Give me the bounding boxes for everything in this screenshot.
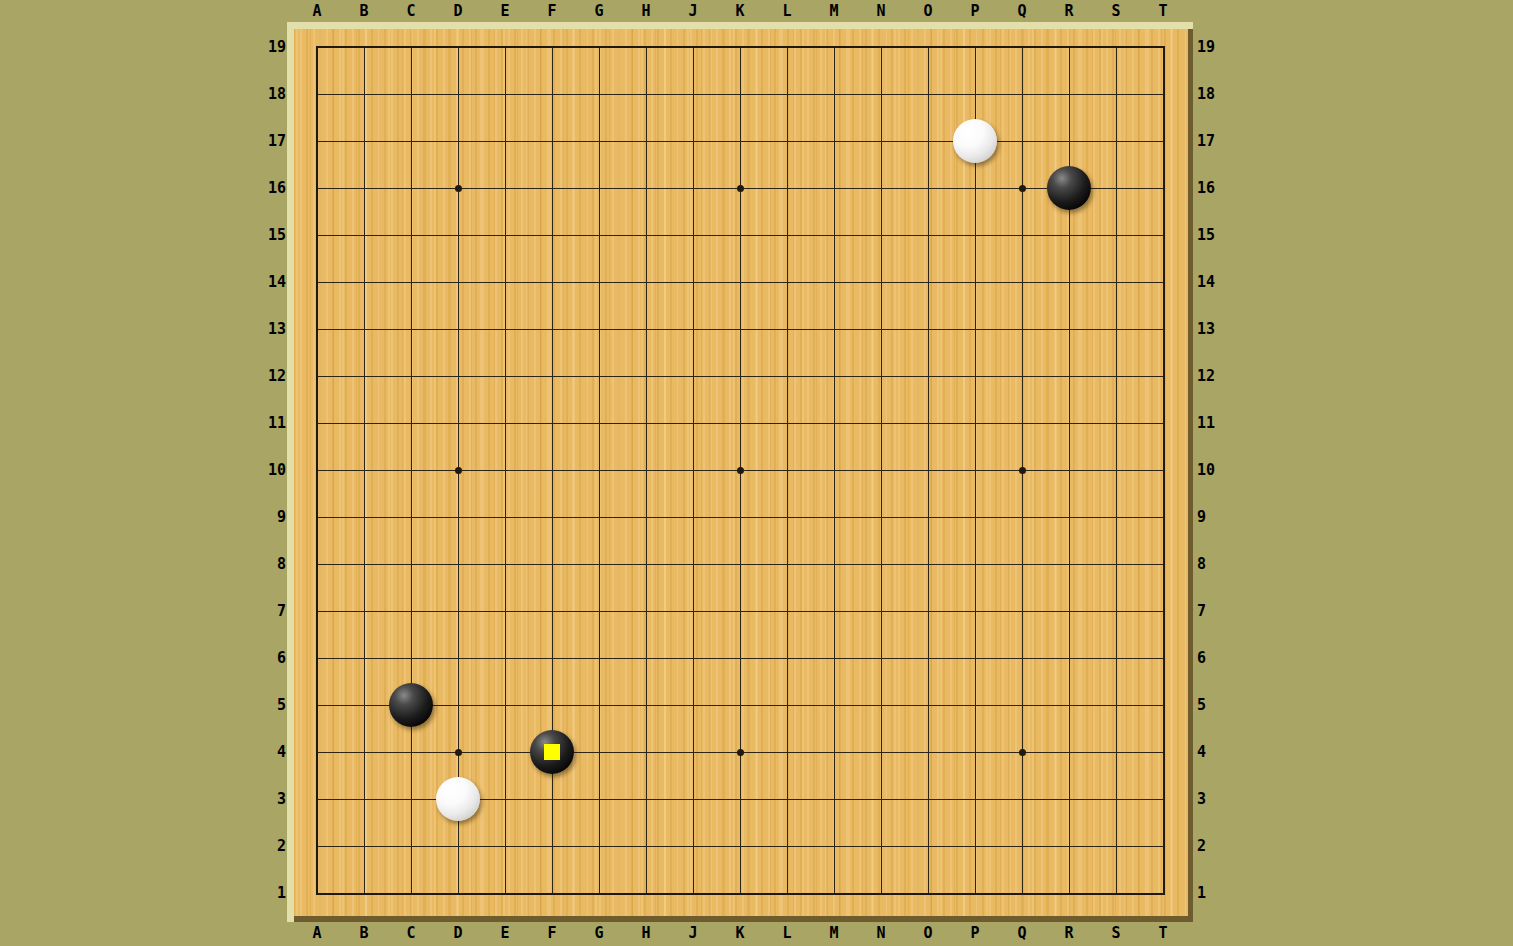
intersection-H3[interactable] bbox=[623, 776, 670, 823]
intersection-D4[interactable] bbox=[435, 729, 482, 776]
intersection-C10[interactable] bbox=[388, 447, 435, 494]
intersection-H10[interactable] bbox=[623, 447, 670, 494]
intersection-B3[interactable] bbox=[341, 776, 388, 823]
intersection-N10[interactable] bbox=[858, 447, 905, 494]
intersection-M15[interactable] bbox=[811, 212, 858, 259]
intersection-E4[interactable] bbox=[482, 729, 529, 776]
intersection-M14[interactable] bbox=[811, 259, 858, 306]
intersection-J4[interactable] bbox=[670, 729, 717, 776]
intersection-M5[interactable] bbox=[811, 682, 858, 729]
intersection-S9[interactable] bbox=[1093, 494, 1140, 541]
intersection-M12[interactable] bbox=[811, 353, 858, 400]
intersection-C12[interactable] bbox=[388, 353, 435, 400]
intersection-M4[interactable] bbox=[811, 729, 858, 776]
intersection-C19[interactable] bbox=[388, 24, 435, 71]
intersection-B9[interactable] bbox=[341, 494, 388, 541]
intersection-S16[interactable] bbox=[1093, 165, 1140, 212]
intersection-N17[interactable] bbox=[858, 118, 905, 165]
intersection-N1[interactable] bbox=[858, 870, 905, 917]
intersection-M11[interactable] bbox=[811, 400, 858, 447]
intersection-S2[interactable] bbox=[1093, 823, 1140, 870]
intersection-O19[interactable] bbox=[905, 24, 952, 71]
intersection-P19[interactable] bbox=[952, 24, 999, 71]
intersection-P18[interactable] bbox=[952, 71, 999, 118]
intersection-K14[interactable] bbox=[717, 259, 764, 306]
intersection-F12[interactable] bbox=[529, 353, 576, 400]
intersection-Q3[interactable] bbox=[999, 776, 1046, 823]
intersection-A15[interactable] bbox=[294, 212, 341, 259]
intersection-F2[interactable] bbox=[529, 823, 576, 870]
intersection-J15[interactable] bbox=[670, 212, 717, 259]
intersection-O14[interactable] bbox=[905, 259, 952, 306]
intersection-A8[interactable] bbox=[294, 541, 341, 588]
intersection-H1[interactable] bbox=[623, 870, 670, 917]
intersection-T11[interactable] bbox=[1140, 400, 1187, 447]
intersection-P14[interactable] bbox=[952, 259, 999, 306]
intersection-L13[interactable] bbox=[764, 306, 811, 353]
intersection-F3[interactable] bbox=[529, 776, 576, 823]
intersection-F15[interactable] bbox=[529, 212, 576, 259]
intersection-S8[interactable] bbox=[1093, 541, 1140, 588]
intersection-T17[interactable] bbox=[1140, 118, 1187, 165]
intersection-M2[interactable] bbox=[811, 823, 858, 870]
intersection-N5[interactable] bbox=[858, 682, 905, 729]
intersection-J12[interactable] bbox=[670, 353, 717, 400]
intersection-E6[interactable] bbox=[482, 635, 529, 682]
intersection-S11[interactable] bbox=[1093, 400, 1140, 447]
intersection-A9[interactable] bbox=[294, 494, 341, 541]
intersection-B13[interactable] bbox=[341, 306, 388, 353]
intersection-J7[interactable] bbox=[670, 588, 717, 635]
intersection-L7[interactable] bbox=[764, 588, 811, 635]
intersection-L15[interactable] bbox=[764, 212, 811, 259]
intersection-P7[interactable] bbox=[952, 588, 999, 635]
intersection-K5[interactable] bbox=[717, 682, 764, 729]
intersection-L8[interactable] bbox=[764, 541, 811, 588]
intersection-D14[interactable] bbox=[435, 259, 482, 306]
intersection-O9[interactable] bbox=[905, 494, 952, 541]
intersection-R14[interactable] bbox=[1046, 259, 1093, 306]
intersection-M7[interactable] bbox=[811, 588, 858, 635]
intersection-B14[interactable] bbox=[341, 259, 388, 306]
intersection-A2[interactable] bbox=[294, 823, 341, 870]
intersection-Q11[interactable] bbox=[999, 400, 1046, 447]
intersection-G3[interactable] bbox=[576, 776, 623, 823]
intersection-R15[interactable] bbox=[1046, 212, 1093, 259]
intersection-J5[interactable] bbox=[670, 682, 717, 729]
intersection-P2[interactable] bbox=[952, 823, 999, 870]
intersection-T13[interactable] bbox=[1140, 306, 1187, 353]
intersection-R10[interactable] bbox=[1046, 447, 1093, 494]
intersection-T15[interactable] bbox=[1140, 212, 1187, 259]
intersection-H16[interactable] bbox=[623, 165, 670, 212]
intersection-H2[interactable] bbox=[623, 823, 670, 870]
intersection-H7[interactable] bbox=[623, 588, 670, 635]
intersection-E16[interactable] bbox=[482, 165, 529, 212]
intersection-F7[interactable] bbox=[529, 588, 576, 635]
intersection-N9[interactable] bbox=[858, 494, 905, 541]
intersection-K7[interactable] bbox=[717, 588, 764, 635]
intersection-T7[interactable] bbox=[1140, 588, 1187, 635]
intersection-D16[interactable] bbox=[435, 165, 482, 212]
intersection-D8[interactable] bbox=[435, 541, 482, 588]
intersection-G11[interactable] bbox=[576, 400, 623, 447]
intersection-C1[interactable] bbox=[388, 870, 435, 917]
intersection-L14[interactable] bbox=[764, 259, 811, 306]
intersection-S15[interactable] bbox=[1093, 212, 1140, 259]
intersection-H17[interactable] bbox=[623, 118, 670, 165]
intersection-M16[interactable] bbox=[811, 165, 858, 212]
intersection-R19[interactable] bbox=[1046, 24, 1093, 71]
intersection-D12[interactable] bbox=[435, 353, 482, 400]
intersection-N11[interactable] bbox=[858, 400, 905, 447]
intersection-L18[interactable] bbox=[764, 71, 811, 118]
intersection-L2[interactable] bbox=[764, 823, 811, 870]
intersection-C5[interactable] bbox=[388, 682, 435, 729]
intersection-O11[interactable] bbox=[905, 400, 952, 447]
intersection-L6[interactable] bbox=[764, 635, 811, 682]
intersection-Q13[interactable] bbox=[999, 306, 1046, 353]
intersection-H12[interactable] bbox=[623, 353, 670, 400]
intersection-P4[interactable] bbox=[952, 729, 999, 776]
intersection-F4[interactable] bbox=[529, 729, 576, 776]
intersection-R11[interactable] bbox=[1046, 400, 1093, 447]
intersection-G6[interactable] bbox=[576, 635, 623, 682]
intersection-R8[interactable] bbox=[1046, 541, 1093, 588]
intersection-N18[interactable] bbox=[858, 71, 905, 118]
intersection-N6[interactable] bbox=[858, 635, 905, 682]
intersection-R12[interactable] bbox=[1046, 353, 1093, 400]
intersection-B1[interactable] bbox=[341, 870, 388, 917]
intersection-K10[interactable] bbox=[717, 447, 764, 494]
intersection-P11[interactable] bbox=[952, 400, 999, 447]
intersection-D15[interactable] bbox=[435, 212, 482, 259]
intersection-N13[interactable] bbox=[858, 306, 905, 353]
intersection-T6[interactable] bbox=[1140, 635, 1187, 682]
intersection-O2[interactable] bbox=[905, 823, 952, 870]
intersection-A17[interactable] bbox=[294, 118, 341, 165]
intersection-M8[interactable] bbox=[811, 541, 858, 588]
intersection-M10[interactable] bbox=[811, 447, 858, 494]
intersection-J14[interactable] bbox=[670, 259, 717, 306]
intersection-R16[interactable] bbox=[1046, 165, 1093, 212]
intersection-K15[interactable] bbox=[717, 212, 764, 259]
intersection-S3[interactable] bbox=[1093, 776, 1140, 823]
intersection-E12[interactable] bbox=[482, 353, 529, 400]
intersection-N14[interactable] bbox=[858, 259, 905, 306]
intersection-T1[interactable] bbox=[1140, 870, 1187, 917]
intersection-T4[interactable] bbox=[1140, 729, 1187, 776]
intersection-P10[interactable] bbox=[952, 447, 999, 494]
intersection-L16[interactable] bbox=[764, 165, 811, 212]
intersection-A14[interactable] bbox=[294, 259, 341, 306]
intersection-P8[interactable] bbox=[952, 541, 999, 588]
intersection-G19[interactable] bbox=[576, 24, 623, 71]
intersection-O7[interactable] bbox=[905, 588, 952, 635]
intersection-G15[interactable] bbox=[576, 212, 623, 259]
intersection-Q15[interactable] bbox=[999, 212, 1046, 259]
intersection-B6[interactable] bbox=[341, 635, 388, 682]
intersection-O8[interactable] bbox=[905, 541, 952, 588]
intersection-E8[interactable] bbox=[482, 541, 529, 588]
intersection-O6[interactable] bbox=[905, 635, 952, 682]
intersection-M18[interactable] bbox=[811, 71, 858, 118]
intersection-C14[interactable] bbox=[388, 259, 435, 306]
intersection-G1[interactable] bbox=[576, 870, 623, 917]
intersection-J19[interactable] bbox=[670, 24, 717, 71]
intersection-R3[interactable] bbox=[1046, 776, 1093, 823]
intersection-T14[interactable] bbox=[1140, 259, 1187, 306]
intersection-Q16[interactable] bbox=[999, 165, 1046, 212]
intersection-K6[interactable] bbox=[717, 635, 764, 682]
intersection-J17[interactable] bbox=[670, 118, 717, 165]
intersection-J6[interactable] bbox=[670, 635, 717, 682]
intersection-H14[interactable] bbox=[623, 259, 670, 306]
intersection-M19[interactable] bbox=[811, 24, 858, 71]
intersection-O5[interactable] bbox=[905, 682, 952, 729]
intersection-N15[interactable] bbox=[858, 212, 905, 259]
intersection-G7[interactable] bbox=[576, 588, 623, 635]
intersection-P9[interactable] bbox=[952, 494, 999, 541]
intersection-A3[interactable] bbox=[294, 776, 341, 823]
intersection-G13[interactable] bbox=[576, 306, 623, 353]
intersection-T2[interactable] bbox=[1140, 823, 1187, 870]
intersection-H4[interactable] bbox=[623, 729, 670, 776]
intersection-D10[interactable] bbox=[435, 447, 482, 494]
intersection-J13[interactable] bbox=[670, 306, 717, 353]
intersection-T9[interactable] bbox=[1140, 494, 1187, 541]
intersection-A16[interactable] bbox=[294, 165, 341, 212]
intersection-P17[interactable] bbox=[952, 118, 999, 165]
intersection-L17[interactable] bbox=[764, 118, 811, 165]
intersection-F10[interactable] bbox=[529, 447, 576, 494]
intersection-L3[interactable] bbox=[764, 776, 811, 823]
intersection-F17[interactable] bbox=[529, 118, 576, 165]
intersection-J10[interactable] bbox=[670, 447, 717, 494]
intersection-A7[interactable] bbox=[294, 588, 341, 635]
intersection-L19[interactable] bbox=[764, 24, 811, 71]
intersection-E9[interactable] bbox=[482, 494, 529, 541]
intersection-P12[interactable] bbox=[952, 353, 999, 400]
intersection-L5[interactable] bbox=[764, 682, 811, 729]
intersection-J18[interactable] bbox=[670, 71, 717, 118]
intersection-Q1[interactable] bbox=[999, 870, 1046, 917]
intersection-J11[interactable] bbox=[670, 400, 717, 447]
intersection-E11[interactable] bbox=[482, 400, 529, 447]
intersection-S5[interactable] bbox=[1093, 682, 1140, 729]
intersection-C9[interactable] bbox=[388, 494, 435, 541]
intersection-E19[interactable] bbox=[482, 24, 529, 71]
intersection-M3[interactable] bbox=[811, 776, 858, 823]
intersection-Q17[interactable] bbox=[999, 118, 1046, 165]
intersection-Q7[interactable] bbox=[999, 588, 1046, 635]
intersection-S4[interactable] bbox=[1093, 729, 1140, 776]
intersection-A6[interactable] bbox=[294, 635, 341, 682]
intersection-Q10[interactable] bbox=[999, 447, 1046, 494]
intersection-S17[interactable] bbox=[1093, 118, 1140, 165]
intersection-B17[interactable] bbox=[341, 118, 388, 165]
intersection-G17[interactable] bbox=[576, 118, 623, 165]
intersection-R1[interactable] bbox=[1046, 870, 1093, 917]
intersection-C4[interactable] bbox=[388, 729, 435, 776]
intersection-B11[interactable] bbox=[341, 400, 388, 447]
intersection-N8[interactable] bbox=[858, 541, 905, 588]
intersection-N7[interactable] bbox=[858, 588, 905, 635]
intersection-R4[interactable] bbox=[1046, 729, 1093, 776]
intersection-B2[interactable] bbox=[341, 823, 388, 870]
intersection-B19[interactable] bbox=[341, 24, 388, 71]
intersection-S14[interactable] bbox=[1093, 259, 1140, 306]
intersection-A4[interactable] bbox=[294, 729, 341, 776]
intersection-K13[interactable] bbox=[717, 306, 764, 353]
intersection-G16[interactable] bbox=[576, 165, 623, 212]
intersection-G5[interactable] bbox=[576, 682, 623, 729]
intersection-P1[interactable] bbox=[952, 870, 999, 917]
intersection-A18[interactable] bbox=[294, 71, 341, 118]
intersection-Q18[interactable] bbox=[999, 71, 1046, 118]
intersection-N2[interactable] bbox=[858, 823, 905, 870]
intersection-O10[interactable] bbox=[905, 447, 952, 494]
intersection-T18[interactable] bbox=[1140, 71, 1187, 118]
intersection-M13[interactable] bbox=[811, 306, 858, 353]
intersection-D5[interactable] bbox=[435, 682, 482, 729]
intersection-Q6[interactable] bbox=[999, 635, 1046, 682]
intersection-C15[interactable] bbox=[388, 212, 435, 259]
intersection-G18[interactable] bbox=[576, 71, 623, 118]
intersection-F13[interactable] bbox=[529, 306, 576, 353]
intersection-J9[interactable] bbox=[670, 494, 717, 541]
intersection-K4[interactable] bbox=[717, 729, 764, 776]
intersection-A13[interactable] bbox=[294, 306, 341, 353]
intersection-R18[interactable] bbox=[1046, 71, 1093, 118]
intersection-B8[interactable] bbox=[341, 541, 388, 588]
intersection-E13[interactable] bbox=[482, 306, 529, 353]
intersection-T12[interactable] bbox=[1140, 353, 1187, 400]
intersection-A19[interactable] bbox=[294, 24, 341, 71]
intersection-P3[interactable] bbox=[952, 776, 999, 823]
intersection-F11[interactable] bbox=[529, 400, 576, 447]
intersection-Q9[interactable] bbox=[999, 494, 1046, 541]
intersection-Q14[interactable] bbox=[999, 259, 1046, 306]
intersection-H5[interactable] bbox=[623, 682, 670, 729]
intersection-J8[interactable] bbox=[670, 541, 717, 588]
intersection-K11[interactable] bbox=[717, 400, 764, 447]
intersection-T5[interactable] bbox=[1140, 682, 1187, 729]
intersection-O15[interactable] bbox=[905, 212, 952, 259]
intersection-L1[interactable] bbox=[764, 870, 811, 917]
intersection-E14[interactable] bbox=[482, 259, 529, 306]
intersection-R17[interactable] bbox=[1046, 118, 1093, 165]
intersection-S6[interactable] bbox=[1093, 635, 1140, 682]
intersection-K19[interactable] bbox=[717, 24, 764, 71]
intersection-R7[interactable] bbox=[1046, 588, 1093, 635]
intersection-M17[interactable] bbox=[811, 118, 858, 165]
intersection-S18[interactable] bbox=[1093, 71, 1140, 118]
intersection-N16[interactable] bbox=[858, 165, 905, 212]
intersection-H11[interactable] bbox=[623, 400, 670, 447]
intersection-S12[interactable] bbox=[1093, 353, 1140, 400]
intersection-B18[interactable] bbox=[341, 71, 388, 118]
intersection-A10[interactable] bbox=[294, 447, 341, 494]
intersection-F8[interactable] bbox=[529, 541, 576, 588]
intersection-G8[interactable] bbox=[576, 541, 623, 588]
intersection-P16[interactable] bbox=[952, 165, 999, 212]
intersection-N12[interactable] bbox=[858, 353, 905, 400]
intersection-B4[interactable] bbox=[341, 729, 388, 776]
intersection-B10[interactable] bbox=[341, 447, 388, 494]
intersection-E2[interactable] bbox=[482, 823, 529, 870]
intersection-L4[interactable] bbox=[764, 729, 811, 776]
intersection-D7[interactable] bbox=[435, 588, 482, 635]
intersection-G2[interactable] bbox=[576, 823, 623, 870]
intersection-D18[interactable] bbox=[435, 71, 482, 118]
intersection-A11[interactable] bbox=[294, 400, 341, 447]
intersection-A1[interactable] bbox=[294, 870, 341, 917]
intersection-B5[interactable] bbox=[341, 682, 388, 729]
intersection-T19[interactable] bbox=[1140, 24, 1187, 71]
intersection-E5[interactable] bbox=[482, 682, 529, 729]
intersection-H19[interactable] bbox=[623, 24, 670, 71]
intersection-R2[interactable] bbox=[1046, 823, 1093, 870]
intersection-R5[interactable] bbox=[1046, 682, 1093, 729]
intersection-N4[interactable] bbox=[858, 729, 905, 776]
intersection-F9[interactable] bbox=[529, 494, 576, 541]
intersection-P6[interactable] bbox=[952, 635, 999, 682]
intersection-C13[interactable] bbox=[388, 306, 435, 353]
intersection-O1[interactable] bbox=[905, 870, 952, 917]
intersection-D6[interactable] bbox=[435, 635, 482, 682]
intersection-S19[interactable] bbox=[1093, 24, 1140, 71]
intersection-C16[interactable] bbox=[388, 165, 435, 212]
intersection-H6[interactable] bbox=[623, 635, 670, 682]
intersection-H18[interactable] bbox=[623, 71, 670, 118]
intersection-F6[interactable] bbox=[529, 635, 576, 682]
intersection-C2[interactable] bbox=[388, 823, 435, 870]
intersection-C18[interactable] bbox=[388, 71, 435, 118]
intersection-E1[interactable] bbox=[482, 870, 529, 917]
intersection-K12[interactable] bbox=[717, 353, 764, 400]
intersection-M9[interactable] bbox=[811, 494, 858, 541]
intersection-L11[interactable] bbox=[764, 400, 811, 447]
intersection-O4[interactable] bbox=[905, 729, 952, 776]
intersection-A12[interactable] bbox=[294, 353, 341, 400]
intersection-J16[interactable] bbox=[670, 165, 717, 212]
intersection-G4[interactable] bbox=[576, 729, 623, 776]
intersection-D2[interactable] bbox=[435, 823, 482, 870]
intersection-B12[interactable] bbox=[341, 353, 388, 400]
intersection-H15[interactable] bbox=[623, 212, 670, 259]
intersection-C3[interactable] bbox=[388, 776, 435, 823]
intersection-K9[interactable] bbox=[717, 494, 764, 541]
intersection-E17[interactable] bbox=[482, 118, 529, 165]
intersection-D3[interactable] bbox=[435, 776, 482, 823]
intersection-Q19[interactable] bbox=[999, 24, 1046, 71]
intersection-Q2[interactable] bbox=[999, 823, 1046, 870]
intersection-K1[interactable] bbox=[717, 870, 764, 917]
intersection-G14[interactable] bbox=[576, 259, 623, 306]
intersection-G9[interactable] bbox=[576, 494, 623, 541]
intersection-B16[interactable] bbox=[341, 165, 388, 212]
intersection-E10[interactable] bbox=[482, 447, 529, 494]
intersection-N3[interactable] bbox=[858, 776, 905, 823]
intersection-Q4[interactable] bbox=[999, 729, 1046, 776]
intersection-N19[interactable] bbox=[858, 24, 905, 71]
intersection-K18[interactable] bbox=[717, 71, 764, 118]
intersection-S7[interactable] bbox=[1093, 588, 1140, 635]
intersection-H9[interactable] bbox=[623, 494, 670, 541]
intersection-R13[interactable] bbox=[1046, 306, 1093, 353]
intersection-K2[interactable] bbox=[717, 823, 764, 870]
